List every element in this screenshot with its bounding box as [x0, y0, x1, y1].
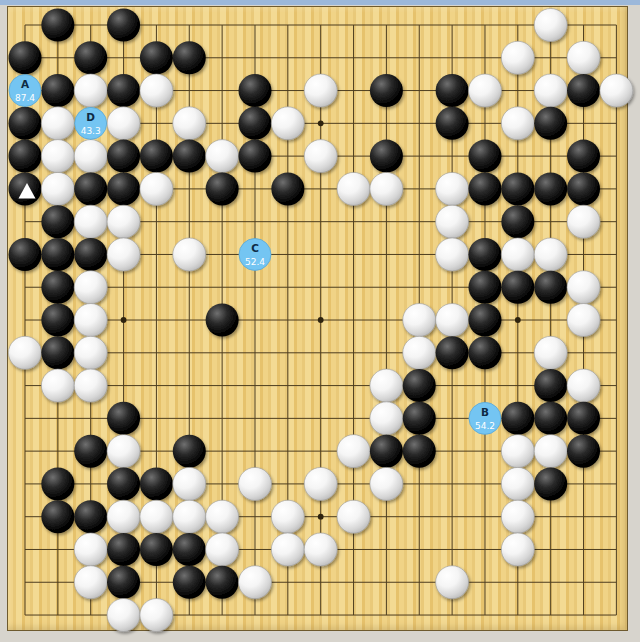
stone-black [173, 140, 206, 173]
stone-white [534, 435, 567, 468]
stone-white [468, 74, 501, 107]
stone-white [238, 566, 271, 599]
stone-black [468, 172, 501, 205]
star-point [318, 120, 324, 126]
stone-white [271, 533, 304, 566]
stone-white [271, 107, 304, 140]
stone-white [501, 435, 534, 468]
stone-black [9, 107, 42, 140]
stone-white [337, 172, 370, 205]
stone-white [403, 336, 436, 369]
stone-black [534, 369, 567, 402]
stone-black [501, 271, 534, 304]
stone-white [74, 205, 107, 238]
stone-white [436, 566, 469, 599]
stone-white [140, 500, 173, 533]
stone-white [501, 533, 534, 566]
stone-black [238, 140, 271, 173]
stone-black [41, 9, 74, 42]
stone-white [501, 500, 534, 533]
stone-black [140, 533, 173, 566]
stone-black [9, 238, 42, 271]
stone-white [501, 107, 534, 140]
stone-black [173, 435, 206, 468]
stone-black [140, 41, 173, 74]
stone-white [74, 533, 107, 566]
stone-white [534, 336, 567, 369]
stone-black [173, 41, 206, 74]
stone-black [468, 238, 501, 271]
suggestion-letter: A [21, 78, 30, 90]
stone-white [173, 238, 206, 271]
stone-black [173, 566, 206, 599]
stone-white [206, 500, 239, 533]
stone-white [41, 369, 74, 402]
suggestion-marker-a[interactable]: A87.4 [9, 75, 41, 107]
stone-black [41, 205, 74, 238]
stone-black [173, 533, 206, 566]
stone-white [567, 41, 600, 74]
stone-white [304, 467, 337, 500]
stone-black [41, 74, 74, 107]
stone-black [436, 74, 469, 107]
stone-black [403, 369, 436, 402]
stone-white [501, 41, 534, 74]
stone-black [107, 533, 140, 566]
stone-black [370, 140, 403, 173]
stone-white [600, 74, 633, 107]
stone-white [370, 402, 403, 435]
stone-black [107, 172, 140, 205]
star-point [318, 317, 324, 323]
stone-white [501, 238, 534, 271]
stone-white [107, 205, 140, 238]
stone-white [403, 304, 436, 337]
stone-black [534, 271, 567, 304]
suggestion-winrate: 52.4 [245, 257, 265, 267]
stone-black [501, 402, 534, 435]
stone-black [501, 172, 534, 205]
stone-white [567, 304, 600, 337]
stone-white [107, 435, 140, 468]
star-point [121, 317, 127, 323]
star-point [318, 514, 324, 520]
stone-white [206, 140, 239, 173]
stone-black [41, 238, 74, 271]
suggestion-winrate: 54.2 [475, 421, 495, 431]
stone-black [107, 566, 140, 599]
stone-white [140, 74, 173, 107]
stone-black [534, 402, 567, 435]
stone-black [206, 566, 239, 599]
stone-white [567, 271, 600, 304]
stone-white [74, 566, 107, 599]
stone-white [74, 369, 107, 402]
stone-white [74, 271, 107, 304]
stone-black [436, 107, 469, 140]
stone-black [567, 402, 600, 435]
stone-black [41, 500, 74, 533]
stone-black [107, 74, 140, 107]
stone-black [238, 107, 271, 140]
stone-white [140, 172, 173, 205]
stone-white [206, 533, 239, 566]
stone-black [468, 304, 501, 337]
stone-black [206, 172, 239, 205]
stone-white [501, 467, 534, 500]
stone-black [41, 271, 74, 304]
stone-black [238, 74, 271, 107]
stone-black [468, 271, 501, 304]
stone-white [534, 9, 567, 42]
stone-black [74, 238, 107, 271]
stone-white [238, 467, 271, 500]
star-point [515, 317, 521, 323]
stone-black [74, 435, 107, 468]
suggestion-winrate: 43.3 [81, 126, 101, 136]
stone-white [173, 500, 206, 533]
stone-black [9, 41, 42, 74]
stone-black [41, 304, 74, 337]
stone-white [74, 304, 107, 337]
suggestion-letter: B [481, 406, 489, 418]
stone-white [304, 74, 337, 107]
stone-black [370, 435, 403, 468]
stone-black [140, 140, 173, 173]
stone-white [304, 140, 337, 173]
suggestion-marker-b[interactable]: B54.2 [469, 402, 501, 434]
stone-white [337, 500, 370, 533]
stone-black [41, 336, 74, 369]
stone-white [271, 500, 304, 533]
stone-white [74, 74, 107, 107]
analysis-window: { "game": "go", "board": { "size": 19, "… [0, 0, 640, 642]
stone-black [74, 172, 107, 205]
stone-white [107, 599, 140, 632]
stone-black [107, 402, 140, 435]
stone-black [501, 205, 534, 238]
stone-black [436, 336, 469, 369]
stone-white [534, 238, 567, 271]
stone-white [304, 533, 337, 566]
suggestion-letter: C [251, 242, 259, 254]
stone-black [534, 467, 567, 500]
suggestion-marker-c[interactable]: C52.4 [239, 238, 271, 270]
stone-white [74, 140, 107, 173]
stone-white [370, 467, 403, 500]
stone-white [534, 74, 567, 107]
stone-white [436, 238, 469, 271]
stone-black [107, 9, 140, 42]
stone-white [436, 205, 469, 238]
stone-black [403, 435, 436, 468]
stone-white [107, 238, 140, 271]
stone-black [567, 140, 600, 173]
stone-black [468, 336, 501, 369]
stone-black [534, 107, 567, 140]
stone-black [567, 74, 600, 107]
stone-black [567, 435, 600, 468]
suggestion-marker-d[interactable]: D43.3 [75, 107, 107, 139]
stone-white [9, 336, 42, 369]
stone-white [436, 172, 469, 205]
stone-black [271, 172, 304, 205]
stone-white [107, 500, 140, 533]
stone-black [370, 74, 403, 107]
stone-white [140, 599, 173, 632]
stone-white [173, 467, 206, 500]
stone-black [140, 467, 173, 500]
stone-white [107, 107, 140, 140]
stone-white [567, 205, 600, 238]
stone-white [41, 140, 74, 173]
suggestion-winrate: 87.4 [15, 93, 35, 103]
stone-white [370, 369, 403, 402]
stone-black [107, 140, 140, 173]
stone-black [567, 172, 600, 205]
board-overlay: A87.4D43.3C52.4B54.2 [0, 0, 640, 642]
stone-white [41, 107, 74, 140]
stone-white [173, 107, 206, 140]
stone-white [337, 435, 370, 468]
stone-white [436, 304, 469, 337]
suggestion-letter: D [86, 111, 95, 123]
stone-black [74, 41, 107, 74]
stone-white [41, 172, 74, 205]
stone-black [534, 172, 567, 205]
stone-black [107, 467, 140, 500]
stone-black [9, 140, 42, 173]
stone-black [74, 500, 107, 533]
stone-black [468, 140, 501, 173]
stone-black [41, 467, 74, 500]
stone-white [567, 369, 600, 402]
stone-black [206, 304, 239, 337]
stone-white [370, 172, 403, 205]
stone-white [74, 336, 107, 369]
stone-black [403, 402, 436, 435]
